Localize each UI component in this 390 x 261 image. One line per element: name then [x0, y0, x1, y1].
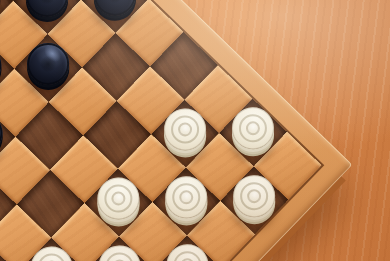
gloss-shade	[35, 0, 59, 8]
checkers-photo-scene	[0, 0, 390, 261]
gloss-shade	[103, 0, 127, 7]
